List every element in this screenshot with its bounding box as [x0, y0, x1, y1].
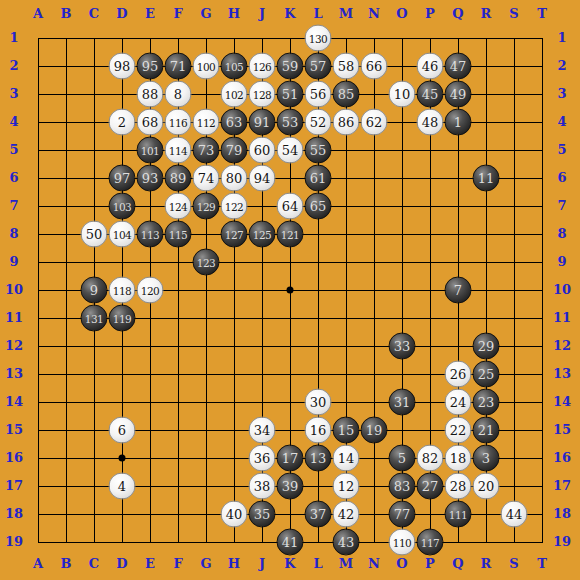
stone-white-h7[interactable]: 122 — [221, 193, 248, 220]
stone-black-k16[interactable]: 17 — [277, 445, 304, 472]
stone-white-m18[interactable]: 42 — [333, 501, 360, 528]
stone-white-p2[interactable]: 46 — [417, 53, 444, 80]
stone-black-k3[interactable]: 51 — [277, 81, 304, 108]
stone-black-m15[interactable]: 15 — [333, 417, 360, 444]
column-label-bottom: G — [193, 556, 219, 572]
row-label-left: 12 — [1, 338, 27, 354]
column-label-bottom: T — [529, 556, 555, 572]
stone-white-l3[interactable]: 56 — [305, 81, 332, 108]
stone-black-q4[interactable]: 1 — [445, 109, 472, 136]
column-label-top: B — [53, 6, 79, 22]
column-label-top: A — [25, 6, 51, 22]
column-label-top: E — [137, 6, 163, 22]
column-label-bottom: N — [361, 556, 387, 572]
stone-white-n4[interactable]: 62 — [361, 109, 388, 136]
stone-white-l4[interactable]: 52 — [305, 109, 332, 136]
stone-black-q18[interactable]: 111 — [445, 501, 472, 528]
star-point-k10 — [287, 287, 294, 294]
row-label-right: 14 — [549, 394, 575, 410]
row-label-right: 1 — [549, 30, 575, 46]
stone-white-f4[interactable]: 116 — [165, 109, 192, 136]
stone-black-q2[interactable]: 47 — [445, 53, 472, 80]
stone-white-g6[interactable]: 74 — [193, 165, 220, 192]
stone-black-r13[interactable]: 25 — [473, 361, 500, 388]
stone-black-l18[interactable]: 37 — [305, 501, 332, 528]
stone-black-g9[interactable]: 123 — [193, 249, 220, 276]
row-label-left: 6 — [1, 170, 27, 186]
stone-black-m19[interactable]: 43 — [333, 529, 360, 556]
column-label-top: G — [193, 6, 219, 22]
stone-black-g7[interactable]: 129 — [193, 193, 220, 220]
column-label-top: D — [109, 6, 135, 22]
stone-white-h18[interactable]: 40 — [221, 501, 248, 528]
stone-black-p3[interactable]: 45 — [417, 81, 444, 108]
column-label-bottom: H — [221, 556, 247, 572]
grid-line-vertical — [514, 38, 515, 543]
stone-white-d2[interactable]: 98 — [109, 53, 136, 80]
column-label-top: C — [81, 6, 107, 22]
go-board-diagram: AABBCCDDEEFFGGHHJJKKLLMMNNOOPPQQRRSSTT11… — [0, 0, 580, 580]
column-label-bottom: F — [165, 556, 191, 572]
row-label-right: 15 — [549, 422, 575, 438]
stone-white-q14[interactable]: 24 — [445, 389, 472, 416]
stone-black-o12[interactable]: 33 — [389, 333, 416, 360]
stone-white-f3[interactable]: 8 — [165, 81, 192, 108]
stone-black-d6[interactable]: 97 — [109, 165, 136, 192]
column-label-top: J — [249, 6, 275, 22]
row-label-left: 11 — [1, 310, 27, 326]
stone-black-q3[interactable]: 49 — [445, 81, 472, 108]
row-label-left: 1 — [1, 30, 27, 46]
column-label-top: M — [333, 6, 359, 22]
stone-white-d4[interactable]: 2 — [109, 109, 136, 136]
stone-black-h5[interactable]: 79 — [221, 137, 248, 164]
stone-black-m3[interactable]: 85 — [333, 81, 360, 108]
stone-black-p19[interactable]: 117 — [417, 529, 444, 556]
row-label-left: 14 — [1, 394, 27, 410]
stone-white-l15[interactable]: 16 — [305, 417, 332, 444]
row-label-right: 3 — [549, 86, 575, 102]
stone-white-l1[interactable]: 130 — [305, 25, 332, 52]
row-label-left: 18 — [1, 506, 27, 522]
column-label-bottom: J — [249, 556, 275, 572]
column-label-bottom: P — [417, 556, 443, 572]
stone-black-k17[interactable]: 39 — [277, 473, 304, 500]
column-label-bottom: O — [389, 556, 415, 572]
column-label-top: R — [473, 6, 499, 22]
stone-white-g2[interactable]: 100 — [193, 53, 220, 80]
stone-black-o18[interactable]: 77 — [389, 501, 416, 528]
stone-black-e6[interactable]: 93 — [137, 165, 164, 192]
stone-white-q17[interactable]: 28 — [445, 473, 472, 500]
stone-white-q13[interactable]: 26 — [445, 361, 472, 388]
row-label-right: 18 — [549, 506, 575, 522]
row-label-left: 3 — [1, 86, 27, 102]
stone-black-o16[interactable]: 5 — [389, 445, 416, 472]
stone-white-m2[interactable]: 58 — [333, 53, 360, 80]
column-label-top: P — [417, 6, 443, 22]
stone-white-h3[interactable]: 102 — [221, 81, 248, 108]
stone-white-q15[interactable]: 22 — [445, 417, 472, 444]
column-label-top: L — [305, 6, 331, 22]
column-label-bottom: S — [501, 556, 527, 572]
stone-black-r14[interactable]: 23 — [473, 389, 500, 416]
stone-white-e10[interactable]: 120 — [137, 277, 164, 304]
stone-white-l14[interactable]: 30 — [305, 389, 332, 416]
stone-white-d8[interactable]: 104 — [109, 221, 136, 248]
stone-black-j4[interactable]: 91 — [249, 109, 276, 136]
row-label-right: 7 — [549, 198, 575, 214]
row-label-left: 15 — [1, 422, 27, 438]
row-label-right: 5 — [549, 142, 575, 158]
stone-white-c8[interactable]: 50 — [81, 221, 108, 248]
stone-white-e3[interactable]: 88 — [137, 81, 164, 108]
stone-black-l2[interactable]: 57 — [305, 53, 332, 80]
column-label-top: H — [221, 6, 247, 22]
row-label-left: 9 — [1, 254, 27, 270]
stone-black-g5[interactable]: 73 — [193, 137, 220, 164]
row-label-left: 19 — [1, 534, 27, 550]
grid-line-vertical — [542, 38, 543, 543]
stone-white-h6[interactable]: 80 — [221, 165, 248, 192]
row-label-left: 17 — [1, 478, 27, 494]
stone-white-q16[interactable]: 18 — [445, 445, 472, 472]
stone-black-l5[interactable]: 55 — [305, 137, 332, 164]
stone-black-e5[interactable]: 101 — [137, 137, 164, 164]
row-label-right: 12 — [549, 338, 575, 354]
stone-black-o14[interactable]: 31 — [389, 389, 416, 416]
stone-white-f5[interactable]: 114 — [165, 137, 192, 164]
stone-white-g4[interactable]: 112 — [193, 109, 220, 136]
stone-black-e8[interactable]: 113 — [137, 221, 164, 248]
column-label-bottom: D — [109, 556, 135, 572]
row-label-right: 2 — [549, 58, 575, 74]
stone-white-d15[interactable]: 6 — [109, 417, 136, 444]
column-label-bottom: E — [137, 556, 163, 572]
stone-black-f2[interactable]: 71 — [165, 53, 192, 80]
stone-black-r6[interactable]: 11 — [473, 165, 500, 192]
stone-black-n15[interactable]: 19 — [361, 417, 388, 444]
stone-white-m17[interactable]: 12 — [333, 473, 360, 500]
stone-black-k8[interactable]: 121 — [277, 221, 304, 248]
row-label-left: 5 — [1, 142, 27, 158]
stone-black-o17[interactable]: 83 — [389, 473, 416, 500]
stone-black-c11[interactable]: 131 — [81, 305, 108, 332]
row-label-right: 11 — [549, 310, 575, 326]
row-label-right: 6 — [549, 170, 575, 186]
stone-black-l6[interactable]: 61 — [305, 165, 332, 192]
stone-black-k4[interactable]: 53 — [277, 109, 304, 136]
stone-white-j17[interactable]: 38 — [249, 473, 276, 500]
stone-black-d11[interactable]: 119 — [109, 305, 136, 332]
stone-white-o19[interactable]: 110 — [389, 529, 416, 556]
column-label-bottom: B — [53, 556, 79, 572]
column-label-top: T — [529, 6, 555, 22]
stone-black-h2[interactable]: 105 — [221, 53, 248, 80]
column-label-top: S — [501, 6, 527, 22]
stone-white-k5[interactable]: 54 — [277, 137, 304, 164]
row-label-right: 10 — [549, 282, 575, 298]
column-label-bottom: R — [473, 556, 499, 572]
stone-white-d10[interactable]: 118 — [109, 277, 136, 304]
stone-white-d17[interactable]: 4 — [109, 473, 136, 500]
row-label-left: 13 — [1, 366, 27, 382]
column-label-bottom: M — [333, 556, 359, 572]
stone-black-j8[interactable]: 125 — [249, 221, 276, 248]
stone-white-m16[interactable]: 14 — [333, 445, 360, 472]
stone-white-p16[interactable]: 82 — [417, 445, 444, 472]
stone-white-s18[interactable]: 44 — [501, 501, 528, 528]
stone-white-j16[interactable]: 36 — [249, 445, 276, 472]
row-label-left: 10 — [1, 282, 27, 298]
stone-black-p17[interactable]: 27 — [417, 473, 444, 500]
column-label-bottom: C — [81, 556, 107, 572]
stone-black-d7[interactable]: 103 — [109, 193, 136, 220]
column-label-bottom: K — [277, 556, 303, 572]
stone-black-h8[interactable]: 127 — [221, 221, 248, 248]
stone-black-l7[interactable]: 65 — [305, 193, 332, 220]
column-label-bottom: L — [305, 556, 331, 572]
star-point-d16 — [119, 455, 126, 462]
stone-white-j6[interactable]: 94 — [249, 165, 276, 192]
stone-white-m4[interactable]: 86 — [333, 109, 360, 136]
stone-white-j3[interactable]: 128 — [249, 81, 276, 108]
row-label-right: 17 — [549, 478, 575, 494]
stone-white-j5[interactable]: 60 — [249, 137, 276, 164]
stone-white-n2[interactable]: 66 — [361, 53, 388, 80]
stone-white-j2[interactable]: 126 — [249, 53, 276, 80]
stone-black-k19[interactable]: 41 — [277, 529, 304, 556]
stone-black-r15[interactable]: 21 — [473, 417, 500, 444]
stone-white-j15[interactable]: 34 — [249, 417, 276, 444]
stone-black-r12[interactable]: 29 — [473, 333, 500, 360]
row-label-right: 4 — [549, 114, 575, 130]
row-label-right: 16 — [549, 450, 575, 466]
row-label-right: 13 — [549, 366, 575, 382]
column-label-top: O — [389, 6, 415, 22]
stone-white-p4[interactable]: 48 — [417, 109, 444, 136]
column-label-bottom: A — [25, 556, 51, 572]
stone-black-h4[interactable]: 63 — [221, 109, 248, 136]
row-label-right: 9 — [549, 254, 575, 270]
stone-black-e2[interactable]: 95 — [137, 53, 164, 80]
stone-black-q10[interactable]: 7 — [445, 277, 472, 304]
stone-black-c10[interactable]: 9 — [81, 277, 108, 304]
row-label-left: 16 — [1, 450, 27, 466]
row-label-right: 19 — [549, 534, 575, 550]
row-label-right: 8 — [549, 226, 575, 242]
stone-white-k7[interactable]: 64 — [277, 193, 304, 220]
stone-black-r16[interactable]: 3 — [473, 445, 500, 472]
stone-black-j18[interactable]: 35 — [249, 501, 276, 528]
column-label-top: K — [277, 6, 303, 22]
go-board[interactable]: AABBCCDDEEFFGGHHJJKKLLMMNNOOPPQQRRSSTT11… — [0, 0, 580, 580]
stone-black-l16[interactable]: 13 — [305, 445, 332, 472]
column-label-top: F — [165, 6, 191, 22]
stone-white-f7[interactable]: 124 — [165, 193, 192, 220]
row-label-left: 8 — [1, 226, 27, 242]
row-label-left: 4 — [1, 114, 27, 130]
stone-white-e4[interactable]: 68 — [137, 109, 164, 136]
stone-black-f6[interactable]: 89 — [165, 165, 192, 192]
column-label-bottom: Q — [445, 556, 471, 572]
row-label-left: 7 — [1, 198, 27, 214]
column-label-top: Q — [445, 6, 471, 22]
column-label-top: N — [361, 6, 387, 22]
stone-white-r17[interactable]: 20 — [473, 473, 500, 500]
stone-black-k2[interactable]: 59 — [277, 53, 304, 80]
stone-white-o3[interactable]: 10 — [389, 81, 416, 108]
row-label-left: 2 — [1, 58, 27, 74]
grid-line-horizontal — [38, 346, 543, 347]
stone-black-f8[interactable]: 115 — [165, 221, 192, 248]
